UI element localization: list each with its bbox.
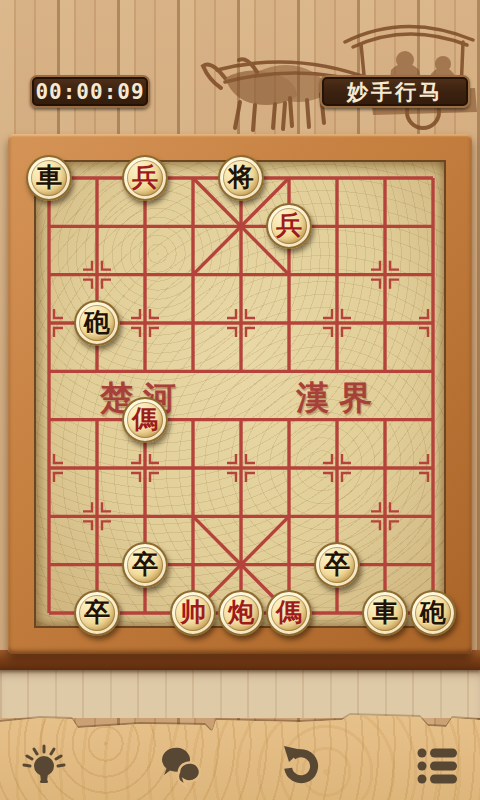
piece-black-f0r0[interactable]: 車 [26,155,72,201]
chariot-carving [195,0,480,135]
piece-red-f2r5[interactable]: 傌 [122,397,168,443]
piece-black-f1r9[interactable]: 卒 [74,590,120,636]
timer-badge: 00:00:09 [30,75,150,108]
piece-red-f3r9[interactable]: 帅 [170,590,216,636]
piece-black-f4r0[interactable]: 将 [218,155,264,201]
hint-button[interactable] [18,740,70,792]
undo-arrow-icon [276,742,324,790]
chat-bubbles-icon [154,742,202,790]
menu-list-icon [414,742,462,790]
lightbulb-icon [20,742,68,790]
pieces-grid: 車兵将兵砲傌卒卒卒帅炮傌車砲 [25,154,457,637]
piece-black-f7r9[interactable]: 車 [362,590,408,636]
piece-red-f2r0[interactable]: 兵 [122,155,168,201]
timer-value: 00:00:09 [35,80,144,104]
puzzle-title: 妙手行马 [347,78,443,106]
xiangqi-app: 00:00:09 妙手行马 楚河 漢界 車兵将兵砲傌卒卒卒帅炮傌車砲 [0,0,480,800]
menu-button[interactable] [412,740,464,792]
toolbar-row [0,740,480,792]
piece-black-f6r8[interactable]: 卒 [314,542,360,588]
puzzle-title-badge: 妙手行马 [320,75,470,108]
undo-button[interactable] [274,740,326,792]
chat-button[interactable] [152,740,204,792]
board-frame: 楚河 漢界 車兵将兵砲傌卒卒卒帅炮傌車砲 [8,134,472,654]
wood-floor [0,666,480,718]
xiangqi-board[interactable]: 楚河 漢界 車兵将兵砲傌卒卒卒帅炮傌車砲 [34,160,446,628]
piece-red-f4r9[interactable]: 炮 [218,590,264,636]
piece-black-f2r8[interactable]: 卒 [122,542,168,588]
piece-black-f1r3[interactable]: 砲 [74,300,120,346]
piece-red-f5r1[interactable]: 兵 [266,203,312,249]
piece-black-f8r9[interactable]: 砲 [410,590,456,636]
piece-red-f5r9[interactable]: 傌 [266,590,312,636]
